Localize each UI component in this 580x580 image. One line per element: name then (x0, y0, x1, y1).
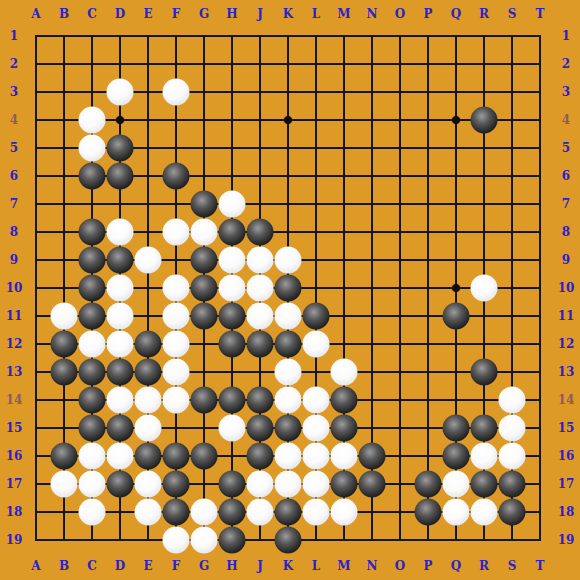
black-stone-M14 (331, 387, 358, 414)
black-stone-M17 (331, 471, 358, 498)
black-stone-G16 (191, 443, 218, 470)
col-label-top-H: H (226, 8, 237, 20)
black-stone-B16 (51, 443, 78, 470)
black-stone-E16 (135, 443, 162, 470)
black-stone-R4 (471, 107, 498, 134)
row-label-right-9: 9 (562, 254, 570, 266)
white-stone-C5 (79, 135, 106, 162)
col-label-top-P: P (423, 8, 432, 20)
col-label-top-G: G (199, 8, 209, 20)
white-stone-R10 (471, 275, 498, 302)
col-label-bottom-T: T (536, 560, 545, 572)
col-label-bottom-J: J (257, 560, 263, 572)
col-label-top-T: T (536, 8, 545, 20)
col-label-top-B: B (59, 8, 69, 20)
black-stone-R13 (471, 359, 498, 386)
white-stone-B11 (51, 303, 78, 330)
black-stone-G7 (191, 191, 218, 218)
black-stone-Q16 (443, 443, 470, 470)
black-stone-K18 (275, 499, 302, 526)
hoshi-point (452, 116, 460, 124)
row-label-left-9: 9 (10, 254, 18, 266)
white-stone-D11 (107, 303, 134, 330)
white-stone-L16 (303, 443, 330, 470)
col-label-bottom-M: M (337, 560, 350, 572)
white-stone-J17 (247, 471, 274, 498)
row-label-right-18: 18 (558, 506, 575, 518)
row-label-left-18: 18 (6, 506, 23, 518)
white-stone-R16 (471, 443, 498, 470)
white-stone-D14 (107, 387, 134, 414)
black-stone-C13 (79, 359, 106, 386)
row-label-right-13: 13 (558, 366, 575, 378)
black-stone-N17 (359, 471, 386, 498)
row-label-left-6: 6 (10, 170, 18, 182)
row-label-left-7: 7 (10, 198, 18, 210)
row-label-right-6: 6 (562, 170, 570, 182)
black-stone-H19 (219, 527, 246, 554)
col-label-top-E: E (143, 8, 152, 20)
black-stone-C8 (79, 219, 106, 246)
black-stone-H18 (219, 499, 246, 526)
black-stone-K10 (275, 275, 302, 302)
black-stone-D5 (107, 135, 134, 162)
hoshi-point (284, 116, 292, 124)
white-stone-C18 (79, 499, 106, 526)
hoshi-point (452, 284, 460, 292)
col-label-top-L: L (312, 8, 320, 20)
col-label-bottom-H: H (226, 560, 237, 572)
black-stone-D13 (107, 359, 134, 386)
black-stone-P17 (415, 471, 442, 498)
black-stone-J14 (247, 387, 274, 414)
black-stone-H12 (219, 331, 246, 358)
row-label-left-8: 8 (10, 226, 18, 238)
black-stone-L11 (303, 303, 330, 330)
col-label-bottom-K: K (283, 560, 293, 572)
black-stone-C14 (79, 387, 106, 414)
col-label-bottom-N: N (367, 560, 378, 572)
black-stone-F17 (163, 471, 190, 498)
col-label-top-A: A (31, 8, 40, 20)
black-stone-N16 (359, 443, 386, 470)
row-label-right-12: 12 (558, 338, 575, 350)
white-stone-F11 (163, 303, 190, 330)
row-label-right-11: 11 (558, 310, 575, 322)
go-board[interactable]: AABBCCDDEEFFGGHHJJKKLLMMNNOOPPQQRRSSTT11… (0, 0, 580, 580)
white-stone-C4 (79, 107, 106, 134)
col-label-bottom-E: E (143, 560, 152, 572)
row-label-right-4: 4 (562, 114, 570, 126)
row-label-left-10: 10 (6, 282, 23, 294)
white-stone-L14 (303, 387, 330, 414)
white-stone-K11 (275, 303, 302, 330)
black-stone-D17 (107, 471, 134, 498)
black-stone-G11 (191, 303, 218, 330)
black-stone-H17 (219, 471, 246, 498)
black-stone-G9 (191, 247, 218, 274)
col-label-bottom-F: F (172, 560, 181, 572)
black-stone-F18 (163, 499, 190, 526)
black-stone-D15 (107, 415, 134, 442)
white-stone-D12 (107, 331, 134, 358)
black-stone-K12 (275, 331, 302, 358)
white-stone-M16 (331, 443, 358, 470)
black-stone-H11 (219, 303, 246, 330)
hoshi-point (116, 116, 124, 124)
col-label-top-R: R (479, 8, 489, 20)
white-stone-H15 (219, 415, 246, 442)
black-stone-Q15 (443, 415, 470, 442)
black-stone-H8 (219, 219, 246, 246)
black-stone-C6 (79, 163, 106, 190)
white-stone-S15 (499, 415, 526, 442)
col-label-bottom-B: B (59, 560, 69, 572)
white-stone-C12 (79, 331, 106, 358)
row-label-left-5: 5 (10, 142, 18, 154)
col-label-bottom-R: R (479, 560, 489, 572)
white-stone-H10 (219, 275, 246, 302)
row-label-right-17: 17 (558, 478, 575, 490)
white-stone-F3 (163, 79, 190, 106)
black-stone-E12 (135, 331, 162, 358)
white-stone-D8 (107, 219, 134, 246)
white-stone-M13 (331, 359, 358, 386)
col-label-top-C: C (87, 8, 97, 20)
black-stone-S17 (499, 471, 526, 498)
black-stone-J8 (247, 219, 274, 246)
white-stone-K17 (275, 471, 302, 498)
row-label-right-16: 16 (558, 450, 575, 462)
black-stone-F16 (163, 443, 190, 470)
black-stone-C10 (79, 275, 106, 302)
black-stone-J16 (247, 443, 274, 470)
col-label-bottom-S: S (508, 560, 517, 572)
white-stone-D10 (107, 275, 134, 302)
white-stone-L12 (303, 331, 330, 358)
black-stone-Q11 (443, 303, 470, 330)
col-label-bottom-G: G (199, 560, 209, 572)
black-stone-B13 (51, 359, 78, 386)
col-label-top-Q: Q (451, 8, 461, 20)
black-stone-K19 (275, 527, 302, 554)
white-stone-H9 (219, 247, 246, 274)
white-stone-J10 (247, 275, 274, 302)
white-stone-J11 (247, 303, 274, 330)
row-label-left-2: 2 (10, 58, 18, 70)
row-label-right-14: 14 (558, 394, 575, 406)
white-stone-F10 (163, 275, 190, 302)
row-label-right-2: 2 (562, 58, 570, 70)
black-stone-B12 (51, 331, 78, 358)
col-label-top-N: N (367, 8, 378, 20)
black-stone-C11 (79, 303, 106, 330)
row-label-right-3: 3 (562, 86, 570, 98)
black-stone-S18 (499, 499, 526, 526)
white-stone-B17 (51, 471, 78, 498)
white-stone-E9 (135, 247, 162, 274)
white-stone-J18 (247, 499, 274, 526)
col-label-top-K: K (283, 8, 293, 20)
white-stone-F12 (163, 331, 190, 358)
white-stone-G19 (191, 527, 218, 554)
black-stone-D9 (107, 247, 134, 274)
col-label-bottom-P: P (423, 560, 432, 572)
row-label-left-16: 16 (6, 450, 23, 462)
white-stone-E15 (135, 415, 162, 442)
row-label-left-12: 12 (6, 338, 23, 350)
col-label-bottom-A: A (31, 560, 40, 572)
white-stone-M18 (331, 499, 358, 526)
black-stone-R15 (471, 415, 498, 442)
black-stone-P18 (415, 499, 442, 526)
white-stone-F19 (163, 527, 190, 554)
black-stone-G10 (191, 275, 218, 302)
white-stone-L15 (303, 415, 330, 442)
row-label-left-17: 17 (6, 478, 23, 490)
white-stone-K16 (275, 443, 302, 470)
white-stone-L18 (303, 499, 330, 526)
white-stone-Q17 (443, 471, 470, 498)
white-stone-S14 (499, 387, 526, 414)
black-stone-E13 (135, 359, 162, 386)
row-label-left-13: 13 (6, 366, 23, 378)
col-label-bottom-O: O (395, 560, 405, 572)
row-label-right-1: 1 (562, 30, 570, 42)
col-label-top-M: M (337, 8, 350, 20)
white-stone-H7 (219, 191, 246, 218)
row-label-left-1: 1 (10, 30, 18, 42)
row-label-left-19: 19 (6, 534, 23, 546)
black-stone-C15 (79, 415, 106, 442)
black-stone-C9 (79, 247, 106, 274)
white-stone-G18 (191, 499, 218, 526)
black-stone-M15 (331, 415, 358, 442)
col-label-top-D: D (115, 8, 125, 20)
white-stone-C17 (79, 471, 106, 498)
white-stone-D3 (107, 79, 134, 106)
row-label-left-3: 3 (10, 86, 18, 98)
black-stone-D6 (107, 163, 134, 190)
white-stone-E17 (135, 471, 162, 498)
col-label-top-F: F (172, 8, 181, 20)
black-stone-R17 (471, 471, 498, 498)
col-label-top-J: J (257, 8, 263, 20)
black-stone-G14 (191, 387, 218, 414)
white-stone-K14 (275, 387, 302, 414)
col-label-bottom-D: D (115, 560, 125, 572)
white-stone-K13 (275, 359, 302, 386)
row-label-right-19: 19 (558, 534, 575, 546)
black-stone-J12 (247, 331, 274, 358)
col-label-bottom-C: C (87, 560, 97, 572)
white-stone-J9 (247, 247, 274, 274)
row-label-left-11: 11 (6, 310, 23, 322)
black-stone-F6 (163, 163, 190, 190)
black-stone-K15 (275, 415, 302, 442)
row-label-right-5: 5 (562, 142, 570, 154)
white-stone-F14 (163, 387, 190, 414)
white-stone-S16 (499, 443, 526, 470)
col-label-bottom-L: L (312, 560, 320, 572)
white-stone-Q18 (443, 499, 470, 526)
white-stone-D16 (107, 443, 134, 470)
white-stone-F13 (163, 359, 190, 386)
row-label-right-8: 8 (562, 226, 570, 238)
row-label-right-7: 7 (562, 198, 570, 210)
white-stone-F8 (163, 219, 190, 246)
col-label-top-S: S (508, 8, 517, 20)
col-label-top-O: O (395, 8, 405, 20)
white-stone-C16 (79, 443, 106, 470)
row-label-left-4: 4 (10, 114, 18, 126)
col-label-bottom-Q: Q (451, 560, 461, 572)
black-stone-J15 (247, 415, 274, 442)
row-label-right-15: 15 (558, 422, 575, 434)
white-stone-G8 (191, 219, 218, 246)
white-stone-L17 (303, 471, 330, 498)
white-stone-E14 (135, 387, 162, 414)
black-stone-H14 (219, 387, 246, 414)
row-label-left-14: 14 (6, 394, 23, 406)
white-stone-R18 (471, 499, 498, 526)
row-label-left-15: 15 (6, 422, 23, 434)
row-label-right-10: 10 (558, 282, 575, 294)
white-stone-E18 (135, 499, 162, 526)
white-stone-K9 (275, 247, 302, 274)
